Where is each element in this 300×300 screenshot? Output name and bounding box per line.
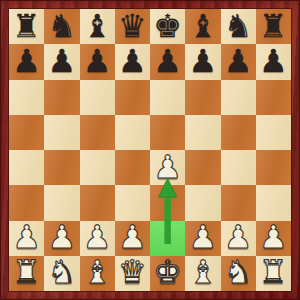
square-b7[interactable]: ♟ <box>44 44 79 79</box>
square-c5[interactable] <box>80 115 115 150</box>
white-rook[interactable]: ♜ <box>12 256 41 288</box>
square-g2[interactable]: ♟ <box>221 221 256 256</box>
black-pawn[interactable]: ♟ <box>153 45 182 77</box>
square-b3[interactable] <box>44 185 79 220</box>
square-g6[interactable] <box>221 80 256 115</box>
black-rook[interactable]: ♜ <box>12 10 41 42</box>
square-f5[interactable] <box>185 115 220 150</box>
square-h7[interactable]: ♟ <box>256 44 291 79</box>
square-c7[interactable]: ♟ <box>80 44 115 79</box>
square-f8[interactable]: ♝ <box>185 9 220 44</box>
square-g8[interactable]: ♞ <box>221 9 256 44</box>
square-a7[interactable]: ♟ <box>9 44 44 79</box>
square-d2[interactable]: ♟ <box>115 221 150 256</box>
white-pawn[interactable]: ♟ <box>118 221 147 253</box>
square-d6[interactable] <box>115 80 150 115</box>
square-a2[interactable]: ♟ <box>9 221 44 256</box>
black-queen[interactable]: ♛ <box>118 10 147 42</box>
square-d3[interactable] <box>115 185 150 220</box>
square-e2[interactable] <box>150 221 185 256</box>
square-c6[interactable] <box>80 80 115 115</box>
square-g7[interactable]: ♟ <box>221 44 256 79</box>
square-g1[interactable]: ♞ <box>221 256 256 291</box>
black-pawn[interactable]: ♟ <box>259 45 288 77</box>
white-pawn[interactable]: ♟ <box>189 221 218 253</box>
square-a8[interactable]: ♜ <box>9 9 44 44</box>
black-king[interactable]: ♚ <box>153 10 182 42</box>
square-g4[interactable] <box>221 150 256 185</box>
white-pawn[interactable]: ♟ <box>153 151 182 183</box>
square-e4[interactable]: ♟ <box>150 150 185 185</box>
white-pawn[interactable]: ♟ <box>224 221 253 253</box>
square-h3[interactable] <box>256 185 291 220</box>
square-d7[interactable]: ♟ <box>115 44 150 79</box>
square-b2[interactable]: ♟ <box>44 221 79 256</box>
black-pawn[interactable]: ♟ <box>48 45 77 77</box>
square-h1[interactable]: ♜ <box>256 256 291 291</box>
square-e7[interactable]: ♟ <box>150 44 185 79</box>
white-bishop[interactable]: ♝ <box>189 256 218 288</box>
square-f7[interactable]: ♟ <box>185 44 220 79</box>
white-queen[interactable]: ♛ <box>118 256 147 288</box>
square-a3[interactable] <box>9 185 44 220</box>
square-g5[interactable] <box>221 115 256 150</box>
square-h5[interactable] <box>256 115 291 150</box>
square-a1[interactable]: ♜ <box>9 256 44 291</box>
black-bishop[interactable]: ♝ <box>83 10 112 42</box>
square-d4[interactable] <box>115 150 150 185</box>
square-c2[interactable]: ♟ <box>80 221 115 256</box>
square-h2[interactable]: ♟ <box>256 221 291 256</box>
white-pawn[interactable]: ♟ <box>12 221 41 253</box>
white-bishop[interactable]: ♝ <box>83 256 112 288</box>
square-e8[interactable]: ♚ <box>150 9 185 44</box>
square-e1[interactable]: ♚ <box>150 256 185 291</box>
square-h4[interactable] <box>256 150 291 185</box>
square-c3[interactable] <box>80 185 115 220</box>
square-a5[interactable] <box>9 115 44 150</box>
square-f6[interactable] <box>185 80 220 115</box>
black-knight[interactable]: ♞ <box>224 10 253 42</box>
square-e3[interactable] <box>150 185 185 220</box>
square-h8[interactable]: ♜ <box>256 9 291 44</box>
square-c4[interactable] <box>80 150 115 185</box>
black-pawn[interactable]: ♟ <box>12 45 41 77</box>
square-a4[interactable] <box>9 150 44 185</box>
white-pawn[interactable]: ♟ <box>48 221 77 253</box>
square-e5[interactable] <box>150 115 185 150</box>
black-knight[interactable]: ♞ <box>48 10 77 42</box>
square-f2[interactable]: ♟ <box>185 221 220 256</box>
square-f1[interactable]: ♝ <box>185 256 220 291</box>
white-knight[interactable]: ♞ <box>224 256 253 288</box>
square-b5[interactable] <box>44 115 79 150</box>
square-b6[interactable] <box>44 80 79 115</box>
white-rook[interactable]: ♜ <box>259 256 288 288</box>
square-c1[interactable]: ♝ <box>80 256 115 291</box>
square-d8[interactable]: ♛ <box>115 9 150 44</box>
square-h6[interactable] <box>256 80 291 115</box>
white-knight[interactable]: ♞ <box>48 256 77 288</box>
square-d1[interactable]: ♛ <box>115 256 150 291</box>
square-b1[interactable]: ♞ <box>44 256 79 291</box>
square-a6[interactable] <box>9 80 44 115</box>
black-pawn[interactable]: ♟ <box>118 45 147 77</box>
black-pawn[interactable]: ♟ <box>189 45 218 77</box>
square-d5[interactable] <box>115 115 150 150</box>
square-e6[interactable] <box>150 80 185 115</box>
black-pawn[interactable]: ♟ <box>83 45 112 77</box>
square-c8[interactable]: ♝ <box>80 9 115 44</box>
white-pawn[interactable]: ♟ <box>83 221 112 253</box>
square-b4[interactable] <box>44 150 79 185</box>
square-f3[interactable] <box>185 185 220 220</box>
white-king[interactable]: ♚ <box>153 256 182 288</box>
black-rook[interactable]: ♜ <box>259 10 288 42</box>
black-bishop[interactable]: ♝ <box>189 10 218 42</box>
square-b8[interactable]: ♞ <box>44 9 79 44</box>
square-g3[interactable] <box>221 185 256 220</box>
board: ♜♞♝♛♚♝♞♜♟♟♟♟♟♟♟♟♟♟♟♟♟♟♟♟♜♞♝♛♚♝♞♜ <box>9 9 291 291</box>
white-pawn[interactable]: ♟ <box>259 221 288 253</box>
black-pawn[interactable]: ♟ <box>224 45 253 77</box>
board-frame: ♜♞♝♛♚♝♞♜♟♟♟♟♟♟♟♟♟♟♟♟♟♟♟♟♜♞♝♛♚♝♞♜ <box>0 0 300 300</box>
square-f4[interactable] <box>185 150 220 185</box>
